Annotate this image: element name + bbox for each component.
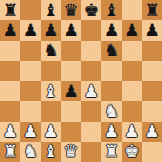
square-g4[interactable] [122, 81, 142, 101]
square-f5[interactable] [101, 61, 121, 81]
square-b8[interactable] [20, 0, 40, 20]
square-f1[interactable]: ♜ [101, 142, 121, 162]
piece-black-bishop[interactable]: ♝ [43, 1, 58, 18]
square-a2[interactable]: ♟ [0, 122, 20, 142]
square-h2[interactable]: ♟ [142, 122, 162, 142]
square-a4[interactable] [0, 81, 20, 101]
square-e3[interactable] [81, 101, 101, 121]
piece-black-knight[interactable]: ♞ [104, 42, 119, 59]
square-a8[interactable]: ♜ [0, 0, 20, 20]
piece-black-pawn[interactable]: ♟ [43, 21, 58, 38]
piece-black-pawn[interactable]: ♟ [63, 82, 78, 99]
piece-white-knight[interactable]: ♞ [23, 143, 38, 160]
square-b7[interactable]: ♟ [20, 20, 40, 40]
square-c4[interactable]: ♝ [41, 81, 61, 101]
square-c6[interactable]: ♞ [41, 41, 61, 61]
square-e7[interactable] [81, 20, 101, 40]
square-b3[interactable] [20, 101, 40, 121]
square-a1[interactable]: ♜ [0, 142, 20, 162]
square-c2[interactable]: ♟ [41, 122, 61, 142]
piece-white-rook[interactable]: ♜ [3, 143, 18, 160]
square-b4[interactable] [20, 81, 40, 101]
square-h4[interactable] [142, 81, 162, 101]
square-f8[interactable]: ♝ [101, 0, 121, 20]
piece-black-rook[interactable]: ♜ [144, 1, 159, 18]
piece-white-pawn[interactable]: ♟ [43, 123, 58, 140]
piece-white-pawn[interactable]: ♟ [144, 123, 159, 140]
square-f7[interactable]: ♟ [101, 20, 121, 40]
square-e5[interactable] [81, 61, 101, 81]
square-f4[interactable] [101, 81, 121, 101]
square-g8[interactable] [122, 0, 142, 20]
square-h1[interactable] [142, 142, 162, 162]
square-h7[interactable]: ♟ [142, 20, 162, 40]
square-g2[interactable]: ♟ [122, 122, 142, 142]
square-h5[interactable] [142, 61, 162, 81]
piece-white-pawn[interactable]: ♟ [84, 82, 99, 99]
square-d4[interactable]: ♟ [61, 81, 81, 101]
square-g6[interactable] [122, 41, 142, 61]
piece-black-king[interactable]: ♚ [84, 1, 99, 18]
square-c5[interactable] [41, 61, 61, 81]
square-g7[interactable]: ♟ [122, 20, 142, 40]
square-e6[interactable] [81, 41, 101, 61]
piece-black-pawn[interactable]: ♟ [23, 21, 38, 38]
piece-black-bishop[interactable]: ♝ [104, 1, 119, 18]
square-d1[interactable]: ♛ [61, 142, 81, 162]
piece-black-pawn[interactable]: ♟ [63, 21, 78, 38]
square-e1[interactable] [81, 142, 101, 162]
piece-white-bishop[interactable]: ♝ [43, 82, 58, 99]
square-e2[interactable] [81, 122, 101, 142]
piece-black-pawn[interactable]: ♟ [3, 21, 18, 38]
square-e4[interactable]: ♟ [81, 81, 101, 101]
square-f2[interactable]: ♟ [101, 122, 121, 142]
piece-white-pawn[interactable]: ♟ [124, 123, 139, 140]
square-g1[interactable]: ♚ [122, 142, 142, 162]
piece-black-pawn[interactable]: ♟ [144, 21, 159, 38]
square-g5[interactable] [122, 61, 142, 81]
piece-white-pawn[interactable]: ♟ [23, 123, 38, 140]
square-a7[interactable]: ♟ [0, 20, 20, 40]
chess-board[interactable]: ♜♝♛♚♝♜♟♟♟♟♟♟♟♞♞♝♟♟♞♟♟♟♟♟♟♜♞♝♛♜♚ [0, 0, 162, 162]
square-b1[interactable]: ♞ [20, 142, 40, 162]
square-e8[interactable]: ♚ [81, 0, 101, 20]
square-c3[interactable] [41, 101, 61, 121]
piece-white-pawn[interactable]: ♟ [3, 123, 18, 140]
piece-white-bishop[interactable]: ♝ [43, 143, 58, 160]
square-d2[interactable] [61, 122, 81, 142]
piece-white-queen[interactable]: ♛ [63, 143, 78, 160]
piece-black-rook[interactable]: ♜ [3, 1, 18, 18]
square-d6[interactable] [61, 41, 81, 61]
square-d3[interactable] [61, 101, 81, 121]
piece-white-knight[interactable]: ♞ [104, 102, 119, 119]
piece-black-pawn[interactable]: ♟ [104, 21, 119, 38]
square-c8[interactable]: ♝ [41, 0, 61, 20]
square-g3[interactable] [122, 101, 142, 121]
piece-white-king[interactable]: ♚ [124, 143, 139, 160]
square-b5[interactable] [20, 61, 40, 81]
square-h8[interactable]: ♜ [142, 0, 162, 20]
square-c1[interactable]: ♝ [41, 142, 61, 162]
piece-white-pawn[interactable]: ♟ [104, 123, 119, 140]
chess-board-container: ♜♝♛♚♝♜♟♟♟♟♟♟♟♞♞♝♟♟♞♟♟♟♟♟♟♜♞♝♛♜♚ [0, 0, 162, 162]
piece-black-queen[interactable]: ♛ [63, 1, 78, 18]
piece-white-rook[interactable]: ♜ [104, 143, 119, 160]
square-d7[interactable]: ♟ [61, 20, 81, 40]
square-f6[interactable]: ♞ [101, 41, 121, 61]
square-a3[interactable] [0, 101, 20, 121]
square-h6[interactable] [142, 41, 162, 61]
piece-black-pawn[interactable]: ♟ [124, 21, 139, 38]
square-h3[interactable] [142, 101, 162, 121]
square-f3[interactable]: ♞ [101, 101, 121, 121]
square-a5[interactable] [0, 61, 20, 81]
square-a6[interactable] [0, 41, 20, 61]
square-c7[interactable]: ♟ [41, 20, 61, 40]
piece-black-knight[interactable]: ♞ [43, 42, 58, 59]
square-d8[interactable]: ♛ [61, 0, 81, 20]
square-d5[interactable] [61, 61, 81, 81]
square-b6[interactable] [20, 41, 40, 61]
square-b2[interactable]: ♟ [20, 122, 40, 142]
